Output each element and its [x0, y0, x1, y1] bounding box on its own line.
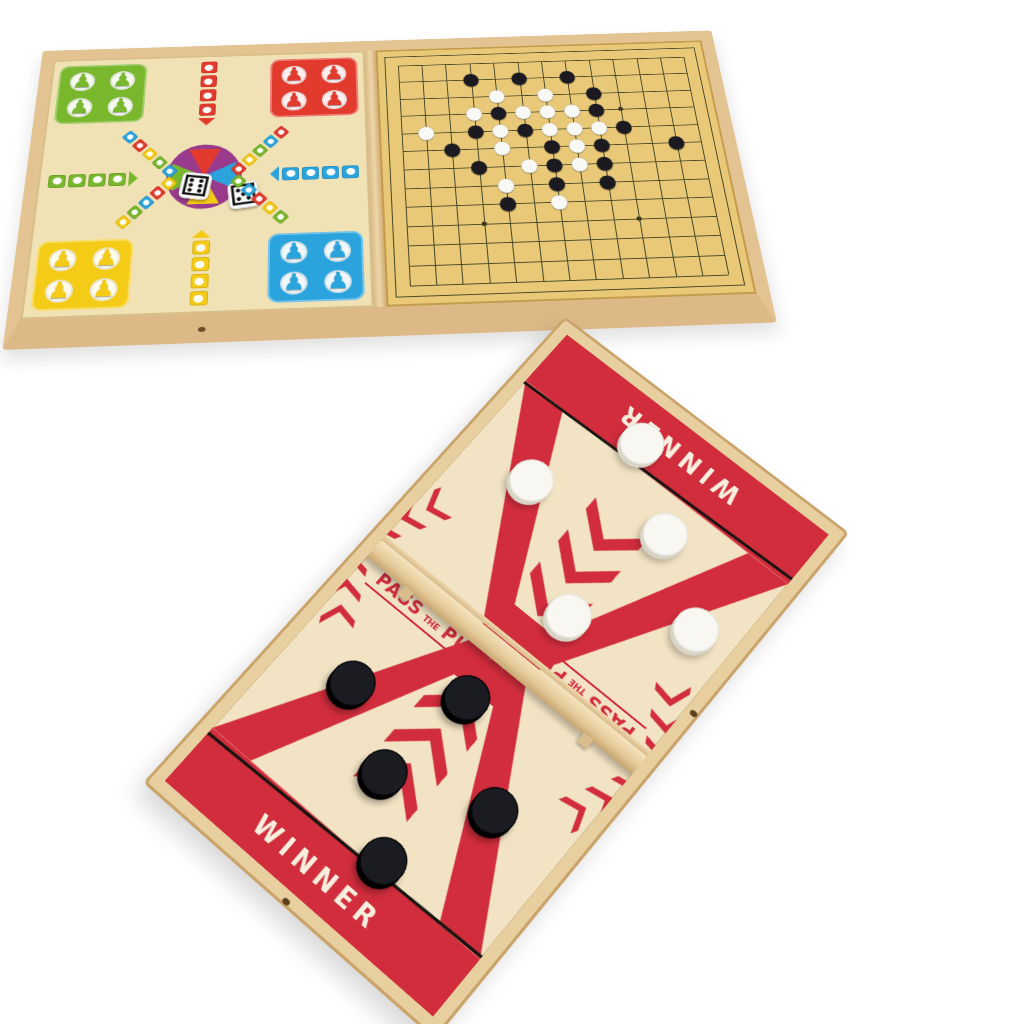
go-intersection[interactable]	[552, 250, 581, 271]
go-intersection[interactable]	[472, 233, 500, 254]
go-intersection[interactable]: ●	[439, 141, 465, 160]
go-intersection[interactable]	[474, 252, 502, 273]
go-intersection[interactable]	[410, 73, 435, 90]
go-intersection[interactable]	[573, 210, 602, 230]
go-intersection[interactable]	[411, 89, 436, 107]
go-intersection[interactable]	[442, 177, 469, 196]
go-intersection[interactable]	[419, 215, 446, 235]
go-intersection[interactable]	[498, 232, 526, 253]
go-intersection[interactable]	[673, 64, 700, 81]
go-intersection[interactable]: ●	[545, 192, 573, 212]
go-intersection[interactable]	[421, 254, 449, 275]
go-intersection[interactable]	[579, 249, 608, 270]
go-intersection[interactable]	[389, 142, 415, 161]
go-intersection[interactable]	[526, 251, 555, 272]
white-stone[interactable]: ●	[519, 156, 539, 174]
go-intersection[interactable]	[596, 190, 625, 210]
tray-screw-hole	[198, 327, 206, 332]
ludo-board: ♟♟♟♟ ♟♟♟♟ ♟♟♟♟ ♟♟♟♟ ⚅ ⚄	[20, 51, 373, 320]
go-intersection[interactable]: ●	[512, 121, 539, 139]
go-intersection[interactable]	[676, 207, 705, 227]
go-intersection[interactable]	[435, 89, 461, 107]
go-intersection[interactable]	[409, 56, 434, 73]
go-intersection[interactable]	[445, 214, 472, 234]
runway-cell	[198, 103, 215, 116]
go-intersection[interactable]	[691, 150, 720, 169]
go-intersection[interactable]: ●	[506, 70, 532, 87]
go-intersection[interactable]	[644, 170, 673, 189]
ludo-runway-bottom	[188, 221, 211, 305]
go-intersection[interactable]	[520, 193, 548, 213]
black-stone[interactable]: ●	[469, 157, 489, 175]
black-stone[interactable]: ●	[443, 140, 462, 158]
runway-cell	[191, 240, 209, 254]
pawn-pad: ♟	[280, 240, 307, 263]
go-intersection[interactable]	[395, 255, 423, 276]
go-intersection[interactable]: ●	[463, 122, 489, 140]
go-intersection[interactable]	[524, 231, 552, 252]
go-intersection[interactable]	[385, 57, 410, 74]
ludo-red-start-yard: ♟♟♟♟	[270, 57, 359, 118]
green-pawn[interactable]: ♟	[71, 71, 94, 90]
path-cell	[114, 215, 131, 230]
go-intersection[interactable]	[669, 169, 698, 188]
go-intersection[interactable]	[394, 235, 421, 256]
go-intersection[interactable]	[629, 83, 656, 101]
go-intersection[interactable]	[528, 53, 554, 70]
go-intersection[interactable]	[705, 225, 735, 245]
white-stone[interactable]: ●	[417, 123, 436, 141]
sling-puck-board: WINNER PASSTHEPUCK	[143, 316, 849, 1024]
runway-arrow-tip	[197, 118, 215, 133]
go-intersection[interactable]	[416, 178, 443, 197]
pawn-pad: ♟	[44, 279, 74, 303]
sling-wood-frame: WINNER PASSTHEPUCK	[143, 316, 849, 1024]
ludo-runway-right	[261, 163, 359, 182]
pawn-pad: ♟	[324, 239, 351, 262]
pawn-pad: ♟	[281, 91, 306, 111]
green-pawn[interactable]: ♟	[112, 70, 134, 89]
go-intersection[interactable]	[475, 272, 504, 293]
go-intersection[interactable]	[670, 48, 697, 65]
go-intersection[interactable]	[599, 209, 628, 229]
runway-cell	[199, 89, 216, 101]
go-intersection[interactable]: ●	[494, 194, 522, 214]
go-intersection[interactable]	[422, 274, 450, 295]
go-intersection[interactable]	[709, 244, 739, 265]
runway-cell	[302, 166, 319, 179]
go-intersection[interactable]	[518, 174, 546, 193]
pawn-pad: ♟	[321, 64, 346, 83]
go-intersection[interactable]	[653, 82, 680, 100]
go-intersection[interactable]	[619, 171, 647, 190]
go-intersection[interactable]	[713, 264, 744, 285]
go-intersection[interactable]	[641, 152, 669, 171]
go-intersection[interactable]: ●	[458, 71, 484, 88]
go-board: ●●●●●●●●●●●●●●●●●●●●●●●●●●●●●●●●●●●●	[376, 40, 757, 306]
pawn-pad: ♟	[280, 271, 308, 295]
star-point	[636, 216, 642, 221]
go-intersection[interactable]	[550, 230, 579, 251]
go-intersection[interactable]	[391, 178, 417, 197]
go-grid-13x13: ●●●●●●●●●●●●●●●●●●●●●●●●●●●●●●●●●●●●	[385, 48, 744, 296]
go-intersection[interactable]	[599, 50, 626, 67]
go-intersection[interactable]: ●	[554, 68, 580, 85]
go-intersection[interactable]	[650, 207, 679, 227]
runway-cell	[322, 165, 339, 178]
go-intersection[interactable]	[522, 212, 550, 232]
go-intersection[interactable]	[626, 66, 653, 83]
go-intersection[interactable]: ●	[489, 139, 516, 158]
runway-cell	[282, 167, 299, 180]
go-intersection[interactable]	[433, 56, 458, 73]
die-showing-six[interactable]: ⚅	[178, 172, 214, 201]
runway-arrow-tip	[261, 166, 279, 182]
runway-cell	[189, 291, 208, 306]
black-stone[interactable]: ●	[461, 71, 480, 88]
go-intersection[interactable]	[528, 271, 557, 292]
runway-arrow-tip	[192, 221, 211, 238]
path-cell	[138, 195, 155, 210]
go-intersection[interactable]	[387, 90, 412, 108]
go-intersection[interactable]	[440, 158, 467, 177]
go-intersection[interactable]	[449, 273, 477, 294]
ludo-green-start-yard: ♟♟♟♟	[53, 64, 147, 125]
go-intersection[interactable]	[496, 213, 524, 233]
go-intersection[interactable]	[613, 135, 641, 154]
go-intersection[interactable]	[628, 227, 657, 247]
pawn-pad: ♟	[69, 72, 96, 91]
runway-cell	[68, 174, 87, 187]
runway-cell	[200, 75, 217, 87]
go-intersection[interactable]	[418, 196, 445, 216]
black-stone[interactable]: ●	[498, 193, 518, 212]
go-intersection[interactable]	[555, 270, 584, 291]
go-intersection[interactable]: ●	[413, 124, 439, 142]
go-intersection[interactable]	[443, 195, 470, 215]
yellow-pawn[interactable]: ♟	[50, 247, 75, 270]
go-intersection[interactable]	[575, 51, 601, 68]
go-intersection[interactable]	[631, 247, 661, 268]
frame-screw-hole-side	[689, 709, 699, 719]
go-intersection[interactable]	[638, 134, 666, 153]
go-intersection[interactable]	[605, 248, 634, 269]
go-intersection[interactable]	[576, 229, 605, 250]
product-photo-scene: ♟♟♟♟ ♟♟♟♟ ♟♟♟♟ ♟♟♟♟ ⚅ ⚄ ●●●●●●●●●●●●●●●●…	[0, 0, 1024, 1024]
red-pawn[interactable]: ♟	[284, 90, 305, 110]
green-pawn[interactable]: ♟	[109, 95, 132, 115]
white-stone[interactable]: ●	[549, 192, 570, 211]
go-intersection[interactable]	[602, 67, 629, 84]
runway-cell	[201, 61, 218, 73]
runway-cell	[190, 274, 209, 289]
blue-pawn[interactable]: ♟	[283, 239, 305, 262]
white-stone[interactable]: ●	[569, 154, 590, 172]
runway-cell	[47, 174, 66, 187]
path-cell	[126, 205, 143, 220]
go-intersection[interactable]	[634, 267, 664, 288]
pawn-pad: ♟	[322, 89, 347, 109]
red-pawn[interactable]: ♟	[324, 89, 345, 109]
go-intersection[interactable]	[683, 245, 713, 266]
go-intersection[interactable]	[656, 99, 684, 117]
black-stone[interactable]: ●	[557, 68, 577, 85]
go-intersection[interactable]	[687, 265, 717, 286]
black-stone[interactable]: ●	[597, 171, 618, 190]
pawn-pad: ♟	[109, 70, 136, 89]
black-stone[interactable]: ●	[613, 117, 634, 135]
go-intersection[interactable]	[694, 168, 723, 187]
go-intersection[interactable]	[500, 252, 528, 273]
go-intersection[interactable]	[467, 176, 494, 195]
black-stone[interactable]: ●	[666, 133, 687, 151]
go-intersection[interactable]	[393, 216, 420, 236]
go-intersection[interactable]	[649, 65, 676, 82]
go-intersection[interactable]	[571, 191, 599, 211]
pawn-pad: ♟	[89, 277, 119, 301]
go-intersection[interactable]	[392, 197, 419, 217]
blue-pawn[interactable]: ♟	[326, 238, 349, 261]
go-intersection[interactable]	[390, 160, 416, 179]
go-intersection[interactable]	[622, 189, 651, 209]
go-intersection[interactable]	[389, 124, 415, 142]
go-intersection[interactable]: ●	[466, 158, 493, 177]
blue-pawn[interactable]: ♟	[282, 270, 305, 294]
sling-playing-field: WINNER PASSTHEPUCK	[165, 335, 829, 1017]
go-intersection[interactable]	[647, 189, 676, 209]
ludo-yellow-start-yard: ♟♟♟♟	[30, 238, 134, 311]
go-intersection[interactable]: ●	[516, 156, 543, 175]
ludo-runway-left	[47, 170, 147, 189]
runway-cell	[342, 165, 359, 178]
go-intersection[interactable]	[437, 106, 463, 124]
go-intersection[interactable]	[480, 54, 506, 71]
two-in-one-game-tray: ♟♟♟♟ ♟♟♟♟ ♟♟♟♟ ♟♟♟♟ ⚅ ⚄ ●●●●●●●●●●●●●●●●…	[2, 30, 776, 349]
go-intersection[interactable]	[581, 269, 610, 290]
go-intersection[interactable]	[666, 151, 695, 170]
yellow-pawn[interactable]: ♟	[94, 246, 118, 269]
red-pawn[interactable]: ♟	[324, 63, 345, 82]
runway-arrow-tip	[128, 170, 147, 186]
go-intersection[interactable]	[677, 81, 705, 99]
go-intersection[interactable]	[625, 208, 654, 228]
go-intersection[interactable]	[414, 141, 440, 160]
pawn-pad: ♟	[66, 97, 93, 117]
go-intersection[interactable]	[680, 226, 710, 246]
go-intersection[interactable]	[447, 253, 475, 274]
runway-cell	[108, 172, 126, 185]
pawn-pad: ♟	[282, 65, 307, 84]
runway-cell	[88, 173, 106, 186]
go-intersection[interactable]	[548, 211, 576, 231]
go-intersection[interactable]	[470, 213, 498, 233]
blue-pawn[interactable]: ♟	[327, 268, 350, 292]
yellow-pawn[interactable]: ♟	[91, 276, 116, 300]
runway-cell	[191, 257, 209, 272]
go-intersection[interactable]	[646, 49, 673, 66]
red-pawn[interactable]: ♟	[284, 64, 305, 83]
yellow-pawn[interactable]: ♟	[46, 278, 71, 302]
pawn-pad: ♟	[324, 269, 352, 293]
pawn-pad: ♟	[48, 248, 78, 271]
go-intersection[interactable]	[702, 206, 732, 226]
go-intersection[interactable]	[469, 194, 496, 214]
go-intersection[interactable]	[632, 99, 659, 117]
go-intersection[interactable]	[388, 107, 414, 125]
pawn-pad: ♟	[92, 247, 121, 270]
go-intersection[interactable]	[673, 188, 702, 208]
go-intersection[interactable]	[502, 272, 531, 293]
go-intersection[interactable]	[616, 153, 644, 172]
go-intersection[interactable]	[623, 50, 650, 67]
go-intersection[interactable]	[608, 268, 638, 289]
go-intersection[interactable]: ●	[662, 133, 690, 152]
go-intersection[interactable]: ●	[566, 154, 594, 173]
go-intersection[interactable]	[654, 227, 684, 247]
go-intersection[interactable]	[396, 275, 424, 296]
go-intersection[interactable]: ●	[610, 117, 638, 135]
go-intersection[interactable]	[635, 117, 663, 135]
star-point	[618, 107, 623, 111]
black-stone[interactable]: ●	[466, 122, 485, 140]
ludo-blue-start-yard: ♟♟♟♟	[267, 231, 365, 303]
go-intersection[interactable]	[661, 266, 691, 287]
ludo-runway-top	[197, 61, 218, 133]
go-intersection[interactable]: ●	[593, 172, 621, 191]
go-intersection[interactable]	[680, 98, 708, 116]
frame-screw-hole-end	[281, 897, 291, 907]
go-intersection[interactable]	[415, 159, 441, 178]
black-stone[interactable]: ●	[509, 69, 528, 86]
go-intersection[interactable]	[434, 72, 459, 89]
green-pawn[interactable]: ♟	[68, 97, 91, 117]
path-cell	[272, 209, 289, 224]
go-intersection[interactable]	[602, 228, 631, 248]
go-intersection[interactable]	[604, 83, 631, 101]
pawn-pad: ♟	[107, 96, 134, 116]
go-intersection[interactable]	[657, 246, 687, 267]
go-intersection[interactable]	[386, 73, 411, 90]
white-stone[interactable]: ●	[492, 139, 512, 157]
go-intersection[interactable]	[568, 173, 596, 192]
go-intersection[interactable]	[683, 115, 711, 133]
black-stone[interactable]: ●	[515, 120, 535, 138]
go-intersection[interactable]	[687, 133, 715, 152]
go-intersection[interactable]	[420, 234, 448, 255]
star-point	[481, 221, 487, 226]
go-intersection[interactable]	[446, 234, 474, 255]
go-intersection[interactable]	[698, 187, 727, 207]
